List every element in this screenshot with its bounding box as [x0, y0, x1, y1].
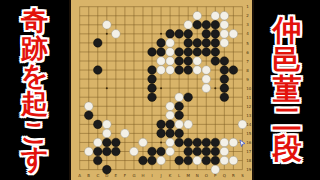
white-stone[interactable] — [166, 57, 175, 66]
row-label: 12 — [246, 104, 252, 109]
black-stone[interactable] — [184, 156, 193, 165]
black-stone[interactable] — [175, 138, 184, 147]
row-label: 9 — [246, 77, 249, 82]
black-stone[interactable] — [202, 48, 211, 57]
white-stone[interactable] — [193, 156, 202, 165]
black-stone[interactable] — [148, 156, 157, 165]
black-stone[interactable] — [93, 120, 102, 129]
caption-char: 起 — [21, 90, 48, 118]
white-stone[interactable] — [112, 30, 121, 39]
white-stone[interactable] — [103, 129, 112, 138]
caption-char: 仲 — [273, 16, 302, 46]
black-stone[interactable] — [193, 21, 202, 30]
left-caption: 奇跡を起こす — [0, 0, 69, 180]
white-stone[interactable] — [220, 30, 229, 39]
black-stone[interactable] — [229, 66, 238, 75]
black-stone[interactable] — [202, 156, 211, 165]
white-stone[interactable] — [202, 84, 211, 93]
black-stone[interactable] — [148, 147, 157, 156]
column-label: C — [96, 173, 99, 178]
column-label: O — [205, 173, 208, 178]
black-stone[interactable] — [184, 138, 193, 147]
black-stone[interactable] — [202, 147, 211, 156]
row-label: 6 — [246, 50, 249, 55]
black-stone[interactable] — [175, 66, 184, 75]
black-stone[interactable] — [211, 30, 220, 39]
column-label: Q — [223, 173, 226, 178]
column-label: B — [87, 173, 90, 178]
black-stone[interactable] — [220, 93, 229, 102]
star-point — [106, 87, 108, 89]
white-stone[interactable] — [220, 21, 229, 30]
black-stone[interactable] — [148, 66, 157, 75]
white-stone[interactable] — [93, 138, 102, 147]
white-stone[interactable] — [193, 11, 202, 20]
white-stone[interactable] — [130, 147, 139, 156]
black-stone[interactable] — [184, 39, 193, 48]
black-stone[interactable] — [202, 30, 211, 39]
black-stone[interactable] — [139, 156, 148, 165]
white-stone[interactable] — [166, 39, 175, 48]
video-frame: { "game": "go", "app": { "background_col… — [0, 0, 320, 180]
black-stone[interactable] — [175, 129, 184, 138]
white-stone[interactable] — [202, 75, 211, 84]
white-stone[interactable] — [166, 48, 175, 57]
white-stone[interactable] — [121, 129, 130, 138]
black-stone[interactable] — [157, 48, 166, 57]
black-stone[interactable] — [193, 138, 202, 147]
white-stone[interactable] — [202, 66, 211, 75]
white-stone[interactable] — [157, 57, 166, 66]
white-stone[interactable] — [229, 138, 238, 147]
black-stone[interactable] — [211, 57, 220, 66]
black-stone[interactable] — [184, 30, 193, 39]
column-label: H — [141, 173, 144, 178]
black-stone[interactable] — [211, 156, 220, 165]
white-stone[interactable] — [229, 156, 238, 165]
black-stone[interactable] — [184, 66, 193, 75]
black-stone[interactable] — [175, 48, 184, 57]
white-stone[interactable] — [211, 11, 220, 20]
white-stone[interactable] — [103, 21, 112, 30]
right-caption: 仲邑菫二段 — [254, 0, 320, 180]
column-label: G — [132, 173, 135, 178]
white-stone[interactable] — [166, 147, 175, 156]
white-stone[interactable] — [220, 138, 229, 147]
row-label: 17 — [246, 149, 252, 154]
row-label: 5 — [246, 41, 249, 46]
white-stone[interactable] — [193, 57, 202, 66]
row-label: 10 — [246, 86, 252, 91]
star-point — [106, 33, 108, 35]
white-stone[interactable] — [157, 156, 166, 165]
go-board-grid[interactable]: ABCDEFGHIJKLMNOPQRS123456789101112131415… — [71, 0, 256, 180]
column-label: S — [241, 173, 244, 178]
caption-char: 跡 — [21, 35, 48, 63]
black-stone[interactable] — [93, 156, 102, 165]
star-point — [160, 87, 162, 89]
black-stone[interactable] — [157, 39, 166, 48]
row-label: 8 — [246, 68, 249, 73]
black-stone[interactable] — [211, 39, 220, 48]
white-stone[interactable] — [157, 66, 166, 75]
row-label: 3 — [246, 22, 249, 27]
black-stone[interactable] — [175, 30, 184, 39]
black-stone[interactable] — [220, 66, 229, 75]
white-stone[interactable] — [175, 120, 184, 129]
white-stone[interactable] — [84, 102, 93, 111]
black-stone[interactable] — [202, 138, 211, 147]
white-stone[interactable] — [166, 111, 175, 120]
row-label: 14 — [246, 122, 252, 127]
white-stone[interactable] — [220, 147, 229, 156]
white-stone[interactable] — [166, 66, 175, 75]
black-stone[interactable] — [193, 147, 202, 156]
black-stone[interactable] — [211, 147, 220, 156]
white-stone[interactable] — [220, 11, 229, 20]
row-label: 2 — [246, 13, 249, 18]
star-point — [160, 141, 162, 143]
black-stone[interactable] — [220, 84, 229, 93]
black-stone[interactable] — [175, 102, 184, 111]
column-label: I — [151, 173, 152, 178]
black-stone[interactable] — [93, 66, 102, 75]
row-label: 15 — [246, 131, 252, 136]
caption-char: 邑 — [273, 46, 302, 76]
column-label: E — [115, 173, 118, 178]
white-stone[interactable] — [220, 39, 229, 48]
white-stone[interactable] — [184, 120, 193, 129]
black-stone[interactable] — [103, 138, 112, 147]
black-stone[interactable] — [184, 57, 193, 66]
white-stone[interactable] — [238, 120, 247, 129]
white-stone[interactable] — [166, 102, 175, 111]
caption-char: 段 — [273, 134, 302, 164]
column-label: L — [178, 173, 181, 178]
caption-char: を — [21, 62, 49, 90]
black-stone[interactable] — [211, 138, 220, 147]
black-stone[interactable] — [220, 75, 229, 84]
black-stone[interactable] — [166, 129, 175, 138]
column-label: J — [159, 173, 161, 178]
black-stone[interactable] — [157, 120, 166, 129]
black-stone[interactable] — [103, 147, 112, 156]
black-stone[interactable] — [184, 93, 193, 102]
black-stone[interactable] — [193, 48, 202, 57]
caption-char: 奇 — [21, 7, 48, 35]
black-stone[interactable] — [93, 147, 102, 156]
go-board-panel: ABCDEFGHIJKLMNOPQRS123456789101112131415… — [69, 0, 254, 180]
black-stone[interactable] — [148, 84, 157, 93]
black-stone[interactable] — [184, 147, 193, 156]
column-label: A — [78, 173, 81, 178]
white-stone[interactable] — [229, 30, 238, 39]
caption-char: こ — [21, 118, 49, 146]
star-point — [160, 33, 162, 35]
black-stone[interactable] — [175, 111, 184, 120]
black-stone[interactable] — [112, 147, 121, 156]
black-stone[interactable] — [148, 75, 157, 84]
column-label: N — [196, 173, 199, 178]
black-stone[interactable] — [184, 48, 193, 57]
row-label: 4 — [246, 31, 249, 36]
black-stone[interactable] — [175, 156, 184, 165]
white-stone[interactable] — [211, 165, 220, 174]
caption-char: 二 — [273, 105, 302, 135]
black-stone[interactable] — [112, 138, 121, 147]
caption-char: す — [21, 145, 49, 173]
row-label: 11 — [246, 95, 252, 100]
white-stone[interactable] — [184, 21, 193, 30]
row-label: 19 — [246, 167, 252, 172]
black-stone[interactable] — [220, 57, 229, 66]
column-label: R — [232, 173, 235, 178]
black-stone[interactable] — [148, 48, 157, 57]
column-label: K — [169, 173, 172, 178]
row-label: 16 — [246, 140, 252, 145]
white-stone[interactable] — [175, 93, 184, 102]
row-label: 1 — [246, 4, 249, 9]
white-stone[interactable] — [84, 147, 93, 156]
black-stone[interactable] — [84, 111, 93, 120]
black-stone[interactable] — [93, 39, 102, 48]
black-stone[interactable] — [211, 48, 220, 57]
white-stone[interactable] — [193, 66, 202, 75]
white-stone[interactable] — [166, 138, 175, 147]
column-label: M — [186, 173, 190, 178]
row-label: 18 — [246, 158, 252, 163]
white-stone[interactable] — [103, 120, 112, 129]
black-stone[interactable] — [157, 129, 166, 138]
black-stone[interactable] — [166, 120, 175, 129]
black-stone[interactable] — [103, 165, 112, 174]
black-stone[interactable] — [202, 21, 211, 30]
black-stone[interactable] — [175, 57, 184, 66]
black-stone[interactable] — [157, 147, 166, 156]
black-stone[interactable] — [166, 30, 175, 39]
star-point — [214, 87, 216, 89]
row-label: 7 — [246, 59, 249, 64]
black-stone[interactable] — [202, 39, 211, 48]
caption-char: 菫 — [273, 75, 302, 105]
row-label: 13 — [246, 113, 252, 118]
white-stone[interactable] — [220, 156, 229, 165]
black-stone[interactable] — [193, 39, 202, 48]
column-label: F — [124, 173, 127, 178]
black-stone[interactable] — [211, 21, 220, 30]
black-stone[interactable] — [148, 93, 157, 102]
white-stone[interactable] — [139, 138, 148, 147]
